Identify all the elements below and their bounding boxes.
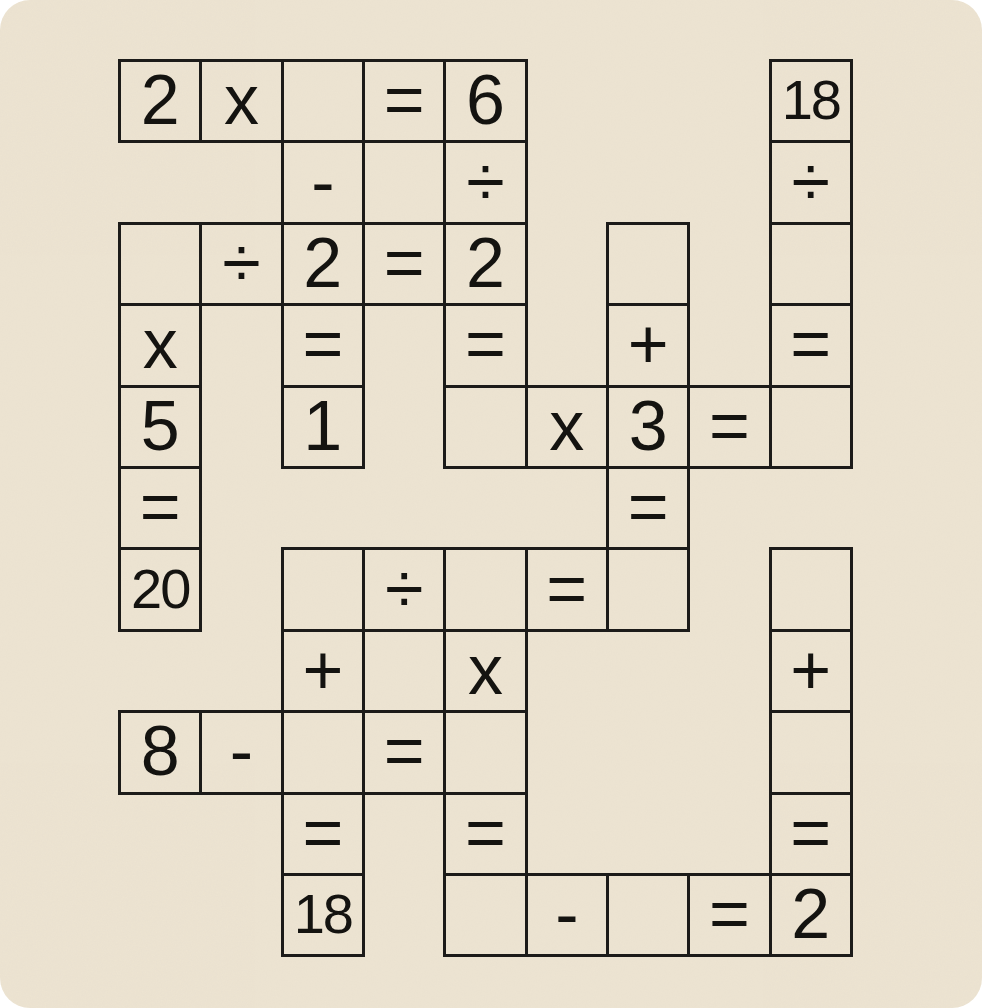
cell-value: = [790,798,831,868]
cell-value: ÷ [792,147,830,217]
cell-r4-c3: = [281,303,365,387]
cell-r2-c5: ÷ [443,140,527,224]
cell-r3-c4: = [362,222,446,306]
cell-r5-c1: 5 [118,385,202,469]
cell-r3-c1[interactable] [118,222,202,306]
cell-value: - [311,147,334,217]
cell-r1-c9: 18 [769,59,853,143]
page-background: 2x=618-÷÷÷2=2x==+=51x3===20÷=+x+8-====18… [0,0,982,1008]
cell-value: - [555,879,578,949]
cell-r3-c2: ÷ [199,222,283,306]
cell-r1-c5: 6 [443,59,527,143]
cell-r7-c6: = [525,547,609,631]
cell-value: x [143,309,178,379]
cell-value: + [302,635,343,705]
cell-r11-c9: 2 [769,873,853,957]
cell-r8-c3: + [281,629,365,713]
cell-value: 6 [466,65,505,135]
cell-value: = [302,309,343,379]
cell-value: 18 [782,72,840,128]
cell-r5-c5[interactable] [443,385,527,469]
cell-r3-c3: 2 [281,222,365,306]
cell-value: = [465,309,506,379]
puzzle-board: 2x=618-÷÷÷2=2x==+=51x3===20÷=+x+8-====18… [0,0,982,1008]
cell-value: = [302,798,343,868]
cell-r11-c6: - [525,873,609,957]
cell-r6-c1: = [118,466,202,550]
cell-r11-c7[interactable] [606,873,690,957]
cell-r3-c5: 2 [443,222,527,306]
cell-r4-c9: = [769,303,853,387]
cell-r11-c3: 18 [281,873,365,957]
cell-r11-c8: = [687,873,771,957]
cell-r3-c7[interactable] [606,222,690,306]
cell-value: ÷ [466,147,504,217]
cell-value: = [384,716,425,786]
cell-r10-c3: = [281,792,365,876]
cell-r9-c9[interactable] [769,710,853,794]
cell-r4-c1: x [118,303,202,387]
cell-r1-c2: x [199,59,283,143]
cell-r7-c4: ÷ [362,547,446,631]
cell-r7-c7[interactable] [606,547,690,631]
cell-r5-c9[interactable] [769,385,853,469]
cell-r9-c4: = [362,710,446,794]
cell-r1-c3[interactable] [281,59,365,143]
cell-r7-c1: 20 [118,547,202,631]
cell-value: = [140,472,181,542]
cell-r5-c3: 1 [281,385,365,469]
cell-value: + [628,309,669,379]
cell-r8-c5: x [443,629,527,713]
cell-r4-c5: = [443,303,527,387]
cell-value: 3 [629,391,668,461]
cell-r10-c5: = [443,792,527,876]
cell-r7-c5[interactable] [443,547,527,631]
cell-r5-c7: 3 [606,385,690,469]
cell-value: 20 [131,561,189,617]
cell-r1-c4: = [362,59,446,143]
cell-value: 2 [791,879,830,949]
cell-r9-c5[interactable] [443,710,527,794]
cell-r3-c9[interactable] [769,222,853,306]
cell-value: = [709,879,750,949]
cell-r11-c5[interactable] [443,873,527,957]
cell-value: = [546,554,587,624]
cell-r10-c9: = [769,792,853,876]
cell-r6-c7: = [606,466,690,550]
puzzle-paper: 2x=618-÷÷÷2=2x==+=51x3===20÷=+x+8-====18… [0,0,982,1008]
cell-r9-c2: - [199,710,283,794]
cell-value: x [549,391,584,461]
cell-value: 2 [141,65,180,135]
cell-value: 8 [141,716,180,786]
cell-value: ÷ [222,228,260,298]
cell-r4-c7: + [606,303,690,387]
cell-value: = [384,228,425,298]
cell-value: = [384,65,425,135]
cell-value: x [468,635,503,705]
cell-r7-c3[interactable] [281,547,365,631]
cell-value: ÷ [385,554,423,624]
cell-value: - [230,716,253,786]
cell-value: 18 [294,886,352,942]
cell-r8-c9: + [769,629,853,713]
cell-r2-c3: - [281,140,365,224]
cell-value: = [628,472,669,542]
cell-r1-c1: 2 [118,59,202,143]
cell-value: = [465,798,506,868]
cell-value: 5 [141,391,180,461]
cell-r7-c9[interactable] [769,547,853,631]
cell-value: + [790,635,831,705]
cell-r9-c1: 8 [118,710,202,794]
cell-r2-c9: ÷ [769,140,853,224]
cell-value: 2 [303,228,342,298]
cell-r5-c6: x [525,385,609,469]
cell-value: = [790,309,831,379]
cell-value: 1 [303,391,342,461]
cell-value: x [224,65,259,135]
cell-r5-c8: = [687,385,771,469]
cell-value: = [709,391,750,461]
cell-r9-c3[interactable] [281,710,365,794]
cell-value: 2 [466,228,505,298]
